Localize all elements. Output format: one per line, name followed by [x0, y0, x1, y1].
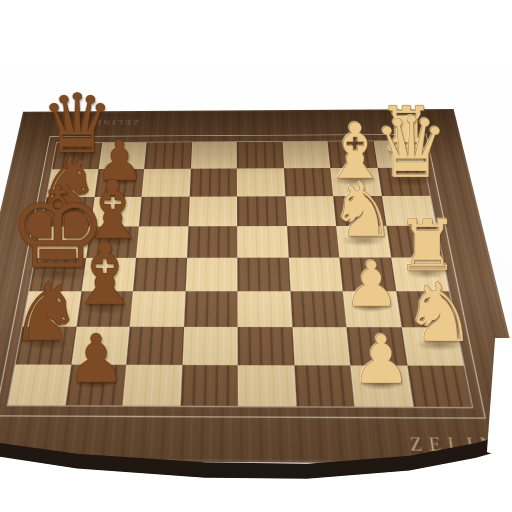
piece-white-knight-h2[interactable]: ♞: [403, 273, 477, 355]
piece-white-pawn-g3[interactable]: ♟: [343, 253, 399, 316]
pieces-layer: ♛♜♟♝♛♞♝♞♚♜♝♟♞♞♟♟: [0, 0, 512, 512]
photo-background: ZELINE ZELINE ♛♜♟♝♛♞♝♞♚♜♝♟♞♞♟♟: [0, 0, 512, 512]
piece-white-pawn-g1[interactable]: ♟: [351, 326, 411, 393]
piece-white-knight-g5[interactable]: ♞: [330, 175, 397, 250]
piece-black-pawn-b1[interactable]: ♟: [66, 325, 126, 392]
